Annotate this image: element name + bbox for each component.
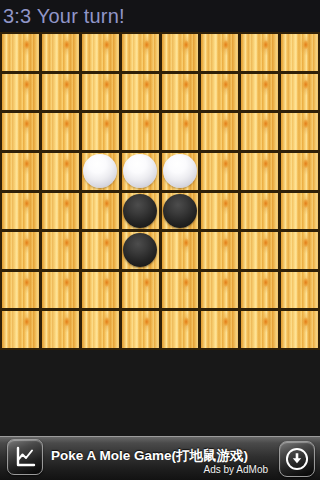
board-cell[interactable] [2,34,39,71]
board-cell[interactable] [2,153,39,190]
board-cell[interactable] [201,74,238,111]
board-cell[interactable] [241,113,278,150]
board-cell[interactable] [201,193,238,230]
board-cell[interactable] [162,113,199,150]
download-arrow-icon [284,446,310,472]
board-cell[interactable] [82,193,119,230]
board-cell[interactable] [122,113,159,150]
board-cell[interactable] [82,272,119,309]
board-cell[interactable] [122,74,159,111]
app-screen: 3:3 Your turn! Poke A Mole Game(打地鼠游戏) A… [0,0,320,480]
board-cell[interactable] [122,272,159,309]
board-cell[interactable] [162,193,199,230]
line-chart-icon [13,445,37,469]
ad-title[interactable]: Poke A Mole Game(打地鼠游戏) [51,447,248,465]
board-cell[interactable] [162,232,199,269]
board-cell[interactable] [82,74,119,111]
board-cell[interactable] [42,272,79,309]
board-cell[interactable] [42,153,79,190]
board-cell[interactable] [162,272,199,309]
board-cell[interactable] [2,113,39,150]
board-cell[interactable] [2,311,39,348]
board-cell[interactable] [122,193,159,230]
board-cell[interactable] [281,113,318,150]
board-cell[interactable] [2,74,39,111]
white-stone [83,154,117,188]
board-cell[interactable] [2,232,39,269]
ad-app-icon[interactable] [7,439,43,475]
board-cell[interactable] [122,34,159,71]
board-cell[interactable] [241,232,278,269]
board-cell[interactable] [42,74,79,111]
board-cell[interactable] [42,311,79,348]
black-stone [163,194,197,228]
board-cell[interactable] [122,153,159,190]
white-stone [123,154,157,188]
board-cell[interactable] [162,153,199,190]
board-cell[interactable] [281,272,318,309]
board-cell[interactable] [82,34,119,71]
board-cell[interactable] [2,272,39,309]
board-cell[interactable] [2,193,39,230]
reversi-board [0,32,320,350]
board-cell[interactable] [82,232,119,269]
board-cell[interactable] [241,153,278,190]
board-cell[interactable] [201,153,238,190]
board-cell[interactable] [122,311,159,348]
board-cell[interactable] [201,272,238,309]
black-stone [123,194,157,228]
board-cell[interactable] [162,34,199,71]
board-cell[interactable] [281,153,318,190]
ad-attribution: Ads by AdMob [204,464,268,475]
board-cell[interactable] [241,311,278,348]
board-cell[interactable] [122,232,159,269]
ad-download-button[interactable] [279,441,315,477]
board-cell[interactable] [281,34,318,71]
board-cell[interactable] [241,74,278,111]
board-cell[interactable] [82,153,119,190]
board-cell[interactable] [241,34,278,71]
board-cell[interactable] [201,311,238,348]
board-cell[interactable] [281,74,318,111]
board-cell[interactable] [82,113,119,150]
board-cell[interactable] [281,232,318,269]
black-stone [123,233,157,267]
board-cell[interactable] [42,34,79,71]
board-cell[interactable] [201,232,238,269]
board-cell[interactable] [82,311,119,348]
ad-banner[interactable]: Poke A Mole Game(打地鼠游戏) Ads by AdMob [0,436,320,480]
title-bar: 3:3 Your turn! [0,0,320,32]
white-stone [163,154,197,188]
board-cell[interactable] [241,193,278,230]
score-status-text: 3:3 Your turn! [0,0,125,32]
board-cell[interactable] [42,113,79,150]
board-cell[interactable] [281,193,318,230]
board-cell[interactable] [201,113,238,150]
board-cell[interactable] [42,193,79,230]
board-cell[interactable] [162,311,199,348]
board-cell[interactable] [281,311,318,348]
board-cell[interactable] [42,232,79,269]
board-cell[interactable] [162,74,199,111]
board-cell[interactable] [201,34,238,71]
board-cell[interactable] [241,272,278,309]
